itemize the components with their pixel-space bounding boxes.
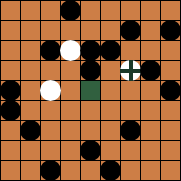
board-cell[interactable] — [1, 121, 20, 140]
board-cell[interactable] — [141, 1, 160, 20]
black-stone — [120, 20, 141, 41]
board-cell[interactable] — [141, 121, 160, 140]
board-cell[interactable] — [121, 21, 140, 40]
black-stone — [60, 0, 81, 21]
board-cell[interactable] — [161, 121, 180, 140]
board-cell[interactable] — [1, 141, 20, 160]
board-cell[interactable] — [1, 161, 20, 180]
board-cell[interactable] — [161, 21, 180, 40]
black-stone — [120, 120, 141, 141]
black-stone — [80, 60, 101, 81]
board-cell[interactable] — [121, 81, 140, 100]
board-cell[interactable] — [141, 101, 160, 120]
board-cell[interactable] — [61, 41, 80, 60]
board-cell[interactable] — [161, 141, 180, 160]
black-stone — [160, 80, 181, 101]
board-cell[interactable] — [21, 161, 40, 180]
board-cell[interactable] — [81, 161, 100, 180]
board-cell[interactable] — [41, 1, 60, 20]
black-stone — [100, 160, 121, 181]
board-cell[interactable] — [41, 61, 60, 80]
board-cell[interactable] — [81, 61, 100, 80]
white-stone — [40, 80, 61, 101]
black-stone — [80, 40, 101, 61]
board-cell[interactable] — [21, 121, 40, 140]
black-stone — [140, 60, 161, 81]
board-cell[interactable] — [161, 101, 180, 120]
board-cell[interactable] — [121, 161, 140, 180]
board-cell[interactable] — [161, 161, 180, 180]
black-stone — [80, 140, 101, 161]
board-cell[interactable] — [121, 41, 140, 60]
board-cell[interactable] — [81, 101, 100, 120]
board-cell[interactable] — [61, 1, 80, 20]
board-cell[interactable] — [1, 21, 20, 40]
board-cell[interactable] — [1, 41, 20, 60]
black-stone — [20, 120, 41, 141]
board-cell[interactable] — [21, 41, 40, 60]
board-cell[interactable] — [21, 141, 40, 160]
board-cell[interactable] — [61, 81, 80, 100]
board-cell[interactable] — [101, 101, 120, 120]
board-cell[interactable] — [121, 141, 140, 160]
board-cell[interactable] — [61, 21, 80, 40]
board-cell[interactable] — [61, 121, 80, 140]
board-cell[interactable] — [61, 141, 80, 160]
board-cell[interactable] — [101, 81, 120, 100]
board-cell[interactable] — [101, 141, 120, 160]
board-cell[interactable] — [101, 21, 120, 40]
board-cell[interactable] — [141, 61, 160, 80]
black-stone — [40, 160, 61, 181]
board-cell[interactable] — [121, 121, 140, 140]
board-cell[interactable] — [121, 1, 140, 20]
board-cell[interactable] — [61, 61, 80, 80]
black-stone — [160, 20, 181, 41]
white-stone — [120, 60, 141, 81]
board-cell[interactable] — [21, 1, 40, 20]
board-cell[interactable] — [161, 61, 180, 80]
board-cell[interactable] — [41, 141, 60, 160]
board-cell[interactable] — [61, 161, 80, 180]
board-cell[interactable] — [1, 81, 20, 100]
black-stone — [0, 80, 21, 101]
game-board — [0, 0, 181, 181]
board-cell[interactable] — [81, 1, 100, 20]
black-stone — [40, 40, 61, 61]
black-stone — [100, 40, 121, 61]
board-cell[interactable] — [41, 121, 60, 140]
board-cell[interactable] — [81, 41, 100, 60]
highlighted-cell[interactable] — [81, 81, 100, 100]
board-cell[interactable] — [41, 161, 60, 180]
board-cell[interactable] — [101, 1, 120, 20]
board-cell[interactable] — [81, 21, 100, 40]
board-cell[interactable] — [101, 161, 120, 180]
black-stone — [0, 100, 21, 121]
board-cell[interactable] — [101, 41, 120, 60]
white-stone — [60, 40, 81, 61]
board-cell[interactable] — [41, 41, 60, 60]
board-cell[interactable] — [1, 101, 20, 120]
board-cell[interactable] — [41, 21, 60, 40]
board-cell[interactable] — [1, 61, 20, 80]
board-cell[interactable] — [101, 61, 120, 80]
board-cell[interactable] — [81, 141, 100, 160]
board-cell[interactable] — [81, 121, 100, 140]
board-cell[interactable] — [101, 121, 120, 140]
board-cell[interactable] — [21, 61, 40, 80]
board-cell[interactable] — [141, 81, 160, 100]
board-cell[interactable] — [21, 101, 40, 120]
board-cell[interactable] — [161, 81, 180, 100]
board-cell[interactable] — [121, 101, 140, 120]
board-cell[interactable] — [121, 61, 140, 80]
board-cell[interactable] — [1, 1, 20, 20]
board-cell[interactable] — [141, 141, 160, 160]
board-cell[interactable] — [21, 81, 40, 100]
board-cell[interactable] — [161, 41, 180, 60]
board-cell[interactable] — [41, 81, 60, 100]
board-cell[interactable] — [141, 21, 160, 40]
board-cell[interactable] — [161, 1, 180, 20]
board-cell[interactable] — [141, 161, 160, 180]
board-cell[interactable] — [41, 101, 60, 120]
board-cell[interactable] — [61, 101, 80, 120]
board-cell[interactable] — [21, 21, 40, 40]
board-cell[interactable] — [141, 41, 160, 60]
